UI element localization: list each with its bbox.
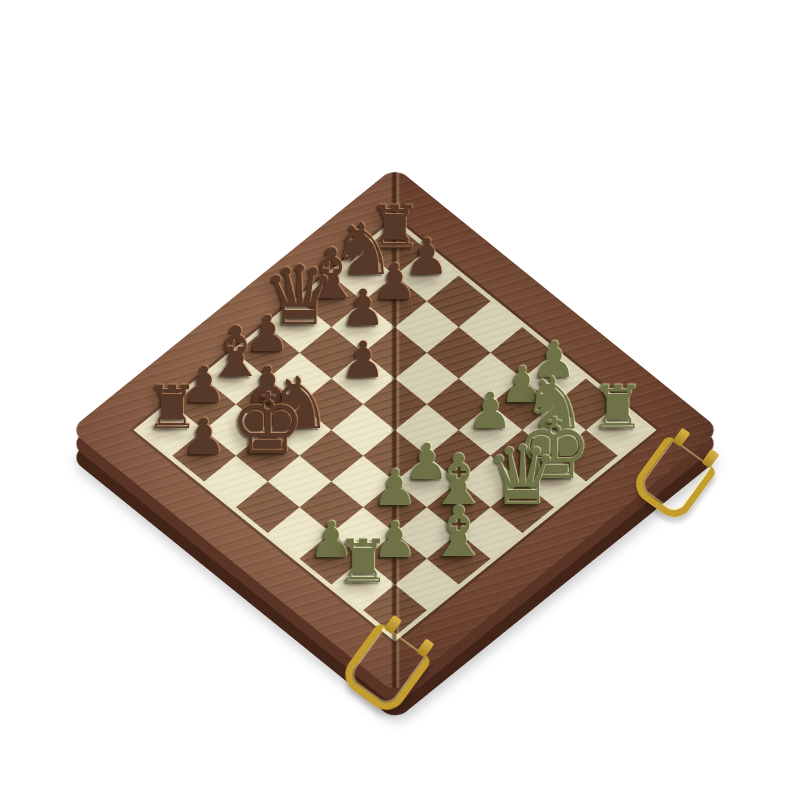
green-rook-h1: ♜ <box>591 377 645 437</box>
product-photo-scene: ♜♞♟♝♟♛♟♟♝♟♟♟♟♟♜♞♟♞♜♟♚♟♚♟♝♛♟♟♝♜ <box>0 0 800 800</box>
green-rook-a2: ♜ <box>336 532 390 592</box>
copper-pawn-a7: ♟ <box>182 412 227 462</box>
green-pawn-c3: ♟ <box>373 463 418 513</box>
green-queen-e1: ♛ <box>486 435 560 517</box>
green-bishop-c1: ♝ <box>427 497 490 567</box>
pieces-layer: ♜♞♟♝♟♛♟♟♝♟♟♟♟♟♜♞♟♞♜♟♚♟♚♟♝♛♟♟♝♜ <box>0 0 800 800</box>
copper-pawn-f7: ♟ <box>341 283 386 333</box>
copper-pawn-e6: ♟ <box>341 335 386 385</box>
copper-king-b6: ♚ <box>230 382 305 466</box>
